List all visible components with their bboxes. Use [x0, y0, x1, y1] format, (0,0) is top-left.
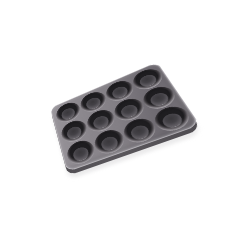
muffin-cup-floor [99, 134, 119, 151]
muffin-cup-floor [148, 91, 170, 108]
muffin-cup-floor [66, 125, 83, 141]
muffin-cup-floor [160, 111, 184, 129]
muffin-cup-floor [72, 145, 90, 162]
product-photo-background [0, 0, 240, 240]
muffin-cup-floor [85, 96, 102, 111]
muffin-cup-floor [92, 114, 110, 130]
muffin-cup-floor [60, 106, 76, 121]
muffin-cup-floor [119, 103, 139, 119]
muffin-cup-floor [110, 84, 129, 99]
muffin-cup-floor [138, 73, 159, 88]
muffin-cup-floor [129, 123, 151, 141]
